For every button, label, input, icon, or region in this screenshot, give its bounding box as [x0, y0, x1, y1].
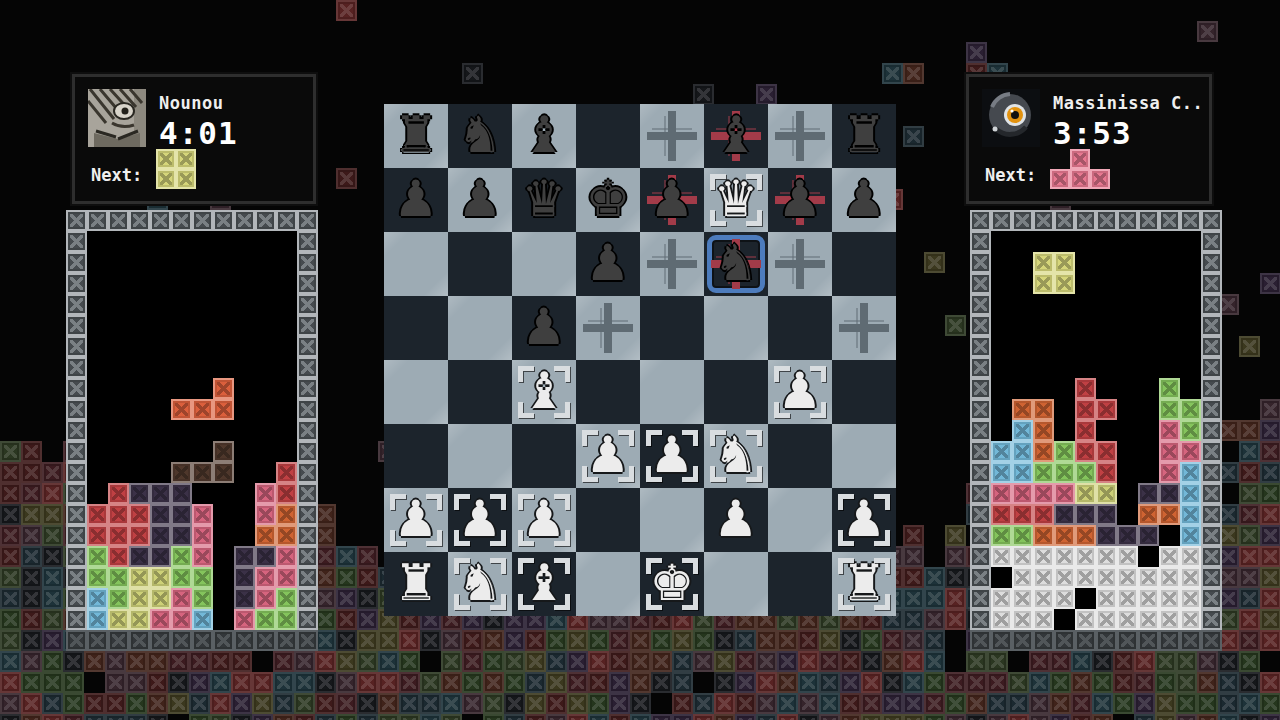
- garbage-block: [882, 63, 903, 84]
- garbage-block: [21, 483, 42, 504]
- well-cell: [276, 609, 297, 630]
- garbage-block: [378, 693, 399, 714]
- well-cell: [255, 588, 276, 609]
- square-a3[interactable]: [384, 424, 448, 488]
- garbage-block: [567, 714, 588, 720]
- garbage-block: [357, 693, 378, 714]
- garbage-block: [861, 630, 882, 651]
- well-wall-block: [66, 336, 87, 357]
- square-h1[interactable]: ♜: [832, 552, 896, 616]
- square-d4[interactable]: [576, 360, 640, 424]
- well-floor-block: [1180, 630, 1201, 651]
- garbage-block: [882, 630, 903, 651]
- square-c1[interactable]: ♝: [512, 552, 576, 616]
- garbage-block: [777, 630, 798, 651]
- square-f5[interactable]: [704, 296, 768, 360]
- garbage-block: [546, 714, 567, 720]
- garbage-block: [441, 714, 462, 720]
- well-cell: [171, 483, 192, 504]
- garbage-block: [630, 693, 651, 714]
- garbage-block: [903, 588, 924, 609]
- movable-piece-brackets: [704, 424, 768, 488]
- garbage-block: [756, 84, 777, 105]
- well-wall-block: [297, 567, 318, 588]
- garbage-block: [42, 462, 63, 483]
- garbage-block: [252, 714, 273, 720]
- garbage-block: [1239, 336, 1260, 357]
- square-d1[interactable]: [576, 552, 640, 616]
- well-wall-block: [297, 231, 318, 252]
- well-floor-block: [171, 630, 192, 651]
- garbage-block: [1260, 588, 1280, 609]
- garbage-block: [903, 546, 924, 567]
- garbage-block: [42, 693, 63, 714]
- square-h4[interactable]: [832, 360, 896, 424]
- well-cell: [1075, 504, 1096, 525]
- garbage-block: [315, 651, 336, 672]
- well-wall-block: [970, 441, 991, 462]
- garbage-block: [315, 714, 336, 720]
- garbage-block: [672, 672, 693, 693]
- well-wall-block: [297, 588, 318, 609]
- falling-piece-cell: [171, 462, 192, 483]
- square-a4[interactable]: [384, 360, 448, 424]
- square-e2[interactable]: [640, 488, 704, 552]
- movable-piece-brackets: [640, 552, 704, 616]
- well-cell: [192, 609, 213, 630]
- black-pawn-a7: ♟: [384, 168, 448, 232]
- well-wall-block: [297, 357, 318, 378]
- garbage-block: [210, 714, 231, 720]
- square-c8[interactable]: ♝: [512, 104, 576, 168]
- square-f3[interactable]: ♞: [704, 424, 768, 488]
- movable-piece-brackets: [448, 488, 512, 552]
- garbage-block: [294, 693, 315, 714]
- garbage-block: [0, 630, 21, 651]
- well-cell: [171, 525, 192, 546]
- garbage-block: [357, 714, 378, 720]
- square-h7[interactable]: ♟: [832, 168, 896, 232]
- garbage-block: [945, 546, 966, 567]
- garbage-block: [420, 672, 441, 693]
- garbage-block: [630, 672, 651, 693]
- well-cell: [276, 462, 297, 483]
- square-e5[interactable]: [640, 296, 704, 360]
- square-h5[interactable]: [832, 296, 896, 360]
- well-cell: [276, 546, 297, 567]
- garbage-block: [378, 714, 399, 720]
- garbage-block: [0, 693, 21, 714]
- garbage-block: [987, 672, 1008, 693]
- garbage-block: [798, 672, 819, 693]
- garbage-block: [903, 714, 924, 720]
- square-a5[interactable]: [384, 296, 448, 360]
- well-wall-block: [297, 315, 318, 336]
- garbage-block: [567, 630, 588, 651]
- square-a7[interactable]: ♟: [384, 168, 448, 232]
- square-a2[interactable]: ♟: [384, 488, 448, 552]
- square-g8[interactable]: [768, 104, 832, 168]
- well-cell: [276, 588, 297, 609]
- square-d7[interactable]: ♚: [576, 168, 640, 232]
- garbage-block: [945, 567, 966, 588]
- garbage-block: [546, 651, 567, 672]
- well-cell: [1012, 588, 1033, 609]
- well-cell: [1159, 546, 1180, 567]
- square-g3[interactable]: [768, 424, 832, 488]
- square-d6[interactable]: ♟: [576, 232, 640, 296]
- well-wall-block: [297, 378, 318, 399]
- well-wall-block: [129, 210, 150, 231]
- black-pawn-d6: ♟: [576, 232, 640, 296]
- well-cell: [1033, 483, 1054, 504]
- square-g7[interactable]: ♟: [768, 168, 832, 232]
- well-floor-block: [1096, 630, 1117, 651]
- garbage-block: [1050, 672, 1071, 693]
- garbage-block: [1029, 693, 1050, 714]
- square-a6[interactable]: [384, 232, 448, 296]
- well-cell: [1054, 441, 1075, 462]
- garbage-block: [189, 714, 210, 720]
- garbage-block: [924, 714, 945, 720]
- well-wall-block: [970, 252, 991, 273]
- square-f7[interactable]: ♛: [704, 168, 768, 232]
- falling-piece-cell: [1054, 273, 1075, 294]
- garbage-block: [336, 0, 357, 21]
- well-wall-block: [1012, 210, 1033, 231]
- square-f6[interactable]: ♞: [704, 232, 768, 296]
- well-cell: [108, 546, 129, 567]
- well-wall-block: [297, 609, 318, 630]
- garbage-block: [819, 630, 840, 651]
- square-b1[interactable]: ♞: [448, 552, 512, 616]
- player-clock-left: 4:01: [159, 115, 238, 151]
- well-wall-block: [66, 294, 87, 315]
- garbage-block: [1134, 693, 1155, 714]
- garbage-block: [756, 672, 777, 693]
- black-bishop-c8: ♝: [512, 104, 576, 168]
- garbage-block: [882, 651, 903, 672]
- garbage-block: [819, 672, 840, 693]
- well-cell: [1117, 546, 1138, 567]
- well-cell: [255, 609, 276, 630]
- garbage-block: [189, 693, 210, 714]
- garbage-block: [924, 672, 945, 693]
- square-e7[interactable]: ♟: [640, 168, 704, 232]
- movable-piece-brackets: [384, 488, 448, 552]
- square-h6[interactable]: [832, 232, 896, 296]
- garbage-block: [525, 672, 546, 693]
- garbage-block: [1071, 714, 1092, 720]
- well-cell: [1117, 525, 1138, 546]
- garbage-block: [336, 651, 357, 672]
- well-wall-block: [1201, 357, 1222, 378]
- garbage-block: [84, 693, 105, 714]
- garbage-block: [1029, 714, 1050, 720]
- well-cell: [1096, 483, 1117, 504]
- square-c5[interactable]: ♟: [512, 296, 576, 360]
- well-cell: [1138, 483, 1159, 504]
- sketch-face-avatar: [88, 89, 146, 147]
- well-wall-block: [66, 462, 87, 483]
- well-cell: [150, 609, 171, 630]
- well-wall-block: [171, 210, 192, 231]
- well-wall-block: [297, 399, 318, 420]
- garbage-block: [294, 651, 315, 672]
- garbage-block: [735, 651, 756, 672]
- garbage-block: [1218, 672, 1239, 693]
- garbage-block: [609, 651, 630, 672]
- garbage-block: [315, 693, 336, 714]
- square-b7[interactable]: ♟: [448, 168, 512, 232]
- well-cell: [1033, 588, 1054, 609]
- garbage-block: [1260, 399, 1280, 420]
- square-g5[interactable]: [768, 296, 832, 360]
- well-cell: [192, 525, 213, 546]
- garbage-block: [189, 651, 210, 672]
- garbage-block: [126, 693, 147, 714]
- well-cell: [234, 588, 255, 609]
- garbage-block: [735, 693, 756, 714]
- square-e1[interactable]: ♚: [640, 552, 704, 616]
- well-cell: [1033, 609, 1054, 630]
- square-d5[interactable]: [576, 296, 640, 360]
- well-wall-block: [297, 504, 318, 525]
- well-cell: [1075, 462, 1096, 483]
- garbage-block: [1239, 630, 1260, 651]
- well-cell: [1012, 609, 1033, 630]
- garbage-block: [840, 693, 861, 714]
- tetris-well-left: [66, 210, 318, 651]
- well-cell: [1033, 420, 1054, 441]
- garbage-block: [546, 672, 567, 693]
- well-wall-block: [1138, 210, 1159, 231]
- garbage-block: [399, 693, 420, 714]
- garbage-block: [21, 567, 42, 588]
- square-e8[interactable]: [640, 104, 704, 168]
- garbage-block: [1239, 693, 1260, 714]
- well-floor-block: [1138, 630, 1159, 651]
- garbage-block: [462, 630, 483, 651]
- square-f2[interactable]: ♟: [704, 488, 768, 552]
- garbage-block: [525, 693, 546, 714]
- well-floor-block: [1117, 630, 1138, 651]
- garbage-block: [924, 630, 945, 651]
- garbage-block: [336, 609, 357, 630]
- square-b5[interactable]: [448, 296, 512, 360]
- next-piece-cell: [1090, 169, 1110, 189]
- garbage-block: [357, 588, 378, 609]
- square-g2[interactable]: [768, 488, 832, 552]
- movable-piece-brackets: [512, 552, 576, 616]
- square-h2[interactable]: ♟: [832, 488, 896, 552]
- garbage-block: [1218, 693, 1239, 714]
- well-floor-block: [150, 630, 171, 651]
- garbage-block: [21, 693, 42, 714]
- falling-piece-cell: [213, 462, 234, 483]
- square-b8[interactable]: ♞: [448, 104, 512, 168]
- well-cell: [1033, 546, 1054, 567]
- well-floor-block: [970, 630, 991, 651]
- well-wall-block: [1180, 210, 1201, 231]
- well-cell: [1033, 567, 1054, 588]
- garbage-block: [1029, 651, 1050, 672]
- square-e3[interactable]: ♟: [640, 424, 704, 488]
- square-b2[interactable]: ♟: [448, 488, 512, 552]
- next-piece-label-right: Next:: [985, 165, 1036, 185]
- well-cell: [1138, 504, 1159, 525]
- garbage-block: [693, 693, 714, 714]
- square-a1[interactable]: ♜: [384, 552, 448, 616]
- well-floor-block: [297, 630, 318, 651]
- square-c2[interactable]: ♟: [512, 488, 576, 552]
- well-cell: [1180, 399, 1201, 420]
- square-b6[interactable]: [448, 232, 512, 296]
- square-b3[interactable]: [448, 424, 512, 488]
- garbage-block: [693, 651, 714, 672]
- garbage-block: [42, 546, 63, 567]
- garbage-block: [714, 672, 735, 693]
- well-cell: [276, 567, 297, 588]
- well-cell: [171, 588, 192, 609]
- black-pawn-h7: ♟: [832, 168, 896, 232]
- square-c6[interactable]: [512, 232, 576, 296]
- well-wall-block: [213, 210, 234, 231]
- garbage-block: [315, 546, 336, 567]
- garbage-block: [147, 693, 168, 714]
- garbage-block: [1239, 441, 1260, 462]
- square-d8[interactable]: [576, 104, 640, 168]
- garbage-block: [210, 693, 231, 714]
- game-screen: Nounou 4:01 Next: Massinissa C... 3:53 N…: [0, 0, 1280, 720]
- garbage-block: [210, 672, 231, 693]
- garbage-block: [1155, 693, 1176, 714]
- square-g1[interactable]: [768, 552, 832, 616]
- garbage-block: [1176, 672, 1197, 693]
- garbage-block: [1176, 651, 1197, 672]
- well-cell: [1012, 441, 1033, 462]
- garbage-block: [483, 630, 504, 651]
- well-cell: [991, 588, 1012, 609]
- garbage-block: [1260, 672, 1280, 693]
- next-piece-cell: [156, 169, 176, 189]
- well-cell: [108, 567, 129, 588]
- garbage-block: [42, 525, 63, 546]
- well-floor-block: [192, 630, 213, 651]
- garbage-block: [483, 693, 504, 714]
- well-wall-block: [66, 483, 87, 504]
- well-cell: [1159, 483, 1180, 504]
- well-cell: [1075, 609, 1096, 630]
- square-c7[interactable]: ♛: [512, 168, 576, 232]
- garbage-block: [819, 651, 840, 672]
- square-f1[interactable]: [704, 552, 768, 616]
- garbage-block: [63, 714, 84, 720]
- garbage-block: [1092, 693, 1113, 714]
- square-e6[interactable]: [640, 232, 704, 296]
- garbage-block: [651, 672, 672, 693]
- garbage-block: [609, 630, 630, 651]
- square-d2[interactable]: [576, 488, 640, 552]
- garbage-block: [168, 672, 189, 693]
- garbage-block: [966, 693, 987, 714]
- garbage-block: [63, 693, 84, 714]
- well-wall-block: [970, 357, 991, 378]
- square-b4[interactable]: [448, 360, 512, 424]
- square-f8[interactable]: ♝: [704, 104, 768, 168]
- garbage-block: [966, 651, 987, 672]
- player-name-left: Nounou: [159, 93, 223, 113]
- garbage-block: [336, 168, 357, 189]
- garbage-block: [945, 609, 966, 630]
- garbage-block: [336, 567, 357, 588]
- garbage-block: [21, 462, 42, 483]
- garbage-block: [42, 483, 63, 504]
- well-wall-block: [297, 252, 318, 273]
- well-cell: [1075, 483, 1096, 504]
- garbage-block: [1134, 672, 1155, 693]
- garbage-block: [840, 714, 861, 720]
- square-g6[interactable]: [768, 232, 832, 296]
- garbage-block: [1239, 462, 1260, 483]
- next-piece-cell: [176, 149, 196, 169]
- well-cell: [1180, 420, 1201, 441]
- well-cell: [87, 588, 108, 609]
- garbage-block: [672, 651, 693, 672]
- square-e4[interactable]: [640, 360, 704, 424]
- next-piece-cell: [156, 149, 176, 169]
- well-wall-block: [297, 462, 318, 483]
- well-cell: [87, 525, 108, 546]
- garbage-block: [924, 609, 945, 630]
- well-wall-block: [66, 588, 87, 609]
- well-cell: [1096, 546, 1117, 567]
- square-c4[interactable]: ♝: [512, 360, 576, 424]
- square-c3[interactable]: [512, 424, 576, 488]
- garbage-block: [777, 651, 798, 672]
- well-cell: [991, 483, 1012, 504]
- well-cell: [1096, 525, 1117, 546]
- garbage-block: [1239, 672, 1260, 693]
- square-a8[interactable]: ♜: [384, 104, 448, 168]
- garbage-block: [546, 693, 567, 714]
- well-cell: [1138, 609, 1159, 630]
- garbage-block: [252, 693, 273, 714]
- garbage-block: [42, 630, 63, 651]
- well-wall-block: [1201, 378, 1222, 399]
- garbage-block: [924, 651, 945, 672]
- well-cell: [991, 441, 1012, 462]
- garbage-block: [0, 483, 21, 504]
- square-h8[interactable]: ♜: [832, 104, 896, 168]
- garbage-block: [21, 546, 42, 567]
- square-f4[interactable]: [704, 360, 768, 424]
- garbage-block: [525, 651, 546, 672]
- square-g4[interactable]: ♟: [768, 360, 832, 424]
- garbage-block: [399, 672, 420, 693]
- garbage-block: [273, 714, 294, 720]
- garbage-block: [1092, 714, 1113, 720]
- square-h3[interactable]: [832, 424, 896, 488]
- garbage-block: [903, 609, 924, 630]
- garbage-block: [756, 714, 777, 720]
- garbage-block: [84, 714, 105, 720]
- well-wall-block: [1033, 210, 1054, 231]
- garbage-block: [483, 651, 504, 672]
- well-cell: [255, 504, 276, 525]
- square-d3[interactable]: ♟: [576, 424, 640, 488]
- garbage-block: [945, 588, 966, 609]
